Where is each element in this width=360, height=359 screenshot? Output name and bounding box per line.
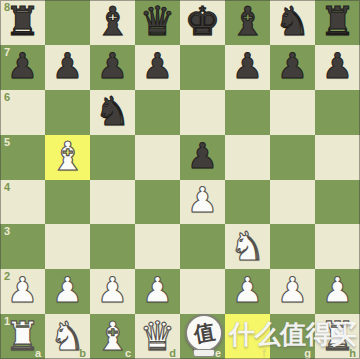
square-f8[interactable]: ♝: [225, 0, 270, 45]
square-b4[interactable]: [45, 180, 90, 225]
square-f5[interactable]: [225, 135, 270, 180]
chess-board: ♜8♝♛♚♝♞♜♟7♟♟♟♟♟♟6♞5♝♟4♟3♞♟2♟♟♟♟♟♟♜1a♞b♝c…: [0, 0, 360, 359]
square-e8[interactable]: ♚: [180, 0, 225, 45]
square-a5[interactable]: 5: [0, 135, 45, 180]
square-g1[interactable]: g: [270, 314, 315, 359]
black-knight[interactable]: ♞: [95, 91, 131, 131]
square-g3[interactable]: [270, 224, 315, 269]
square-c6[interactable]: ♞: [90, 90, 135, 135]
rank-label-4: 4: [4, 181, 10, 193]
square-g8[interactable]: ♞: [270, 0, 315, 45]
square-h4[interactable]: [315, 180, 360, 225]
square-a4[interactable]: 4: [0, 180, 45, 225]
black-pawn[interactable]: ♟: [7, 49, 38, 84]
square-d1[interactable]: ♛d: [135, 314, 180, 359]
square-g7[interactable]: ♟: [270, 45, 315, 90]
rank-label-8: 8: [4, 1, 10, 13]
white-knight[interactable]: ♞: [230, 226, 266, 266]
square-f2[interactable]: ♟: [225, 269, 270, 314]
square-a2[interactable]: ♟2: [0, 269, 45, 314]
square-f6[interactable]: [225, 90, 270, 135]
file-label-c: c: [125, 347, 131, 359]
square-b2[interactable]: ♟: [45, 269, 90, 314]
square-h2[interactable]: ♟: [315, 269, 360, 314]
square-e4[interactable]: ♟: [180, 180, 225, 225]
square-c1[interactable]: ♝c: [90, 314, 135, 359]
rank-label-7: 7: [4, 46, 10, 58]
square-b3[interactable]: [45, 224, 90, 269]
file-label-d: d: [169, 347, 176, 359]
white-pawn[interactable]: ♟: [52, 273, 83, 308]
square-b7[interactable]: ♟: [45, 45, 90, 90]
black-bishop[interactable]: ♝: [230, 1, 266, 41]
square-a3[interactable]: 3: [0, 224, 45, 269]
square-c2[interactable]: ♟: [90, 269, 135, 314]
black-bishop[interactable]: ♝: [95, 1, 131, 41]
square-a7[interactable]: ♟7: [0, 45, 45, 90]
white-pawn[interactable]: ♟: [232, 273, 263, 308]
file-label-a: a: [35, 347, 41, 359]
black-rook[interactable]: ♜: [320, 1, 356, 41]
square-b6[interactable]: [45, 90, 90, 135]
square-d4[interactable]: [135, 180, 180, 225]
square-f7[interactable]: ♟: [225, 45, 270, 90]
black-knight[interactable]: ♞: [275, 1, 311, 41]
white-pawn[interactable]: ♟: [97, 273, 128, 308]
black-pawn[interactable]: ♟: [277, 49, 308, 84]
square-e5[interactable]: ♟: [180, 135, 225, 180]
white-bishop[interactable]: ♝: [50, 136, 86, 176]
rank-label-3: 3: [4, 225, 10, 237]
square-c4[interactable]: [90, 180, 135, 225]
square-d8[interactable]: ♛: [135, 0, 180, 45]
square-a1[interactable]: ♜1a: [0, 314, 45, 359]
square-g6[interactable]: [270, 90, 315, 135]
square-a8[interactable]: ♜8: [0, 0, 45, 45]
square-g2[interactable]: ♟: [270, 269, 315, 314]
white-pawn[interactable]: ♟: [142, 273, 173, 308]
square-d3[interactable]: [135, 224, 180, 269]
square-d5[interactable]: [135, 135, 180, 180]
file-label-h: h: [349, 347, 356, 359]
square-b8[interactable]: [45, 0, 90, 45]
square-a6[interactable]: 6: [0, 90, 45, 135]
black-pawn[interactable]: ♟: [142, 49, 173, 84]
square-e1[interactable]: ♚e: [180, 314, 225, 359]
square-d7[interactable]: ♟: [135, 45, 180, 90]
square-d2[interactable]: ♟: [135, 269, 180, 314]
white-pawn[interactable]: ♟: [187, 183, 218, 218]
file-label-b: b: [79, 347, 86, 359]
rank-label-6: 6: [4, 91, 10, 103]
square-b5[interactable]: ♝: [45, 135, 90, 180]
square-c7[interactable]: ♟: [90, 45, 135, 90]
square-h5[interactable]: [315, 135, 360, 180]
square-c8[interactable]: ♝: [90, 0, 135, 45]
file-label-f: f: [262, 347, 266, 359]
black-pawn[interactable]: ♟: [322, 49, 353, 84]
square-f1[interactable]: f: [225, 314, 270, 359]
square-f3[interactable]: ♞: [225, 224, 270, 269]
square-b1[interactable]: ♞b: [45, 314, 90, 359]
rank-label-2: 2: [4, 270, 10, 282]
square-h7[interactable]: ♟: [315, 45, 360, 90]
square-e3[interactable]: [180, 224, 225, 269]
square-e7[interactable]: [180, 45, 225, 90]
black-queen[interactable]: ♛: [140, 1, 176, 41]
rank-label-1: 1: [4, 315, 10, 327]
square-c3[interactable]: [90, 224, 135, 269]
square-g5[interactable]: [270, 135, 315, 180]
file-label-e: e: [215, 347, 221, 359]
square-g4[interactable]: [270, 180, 315, 225]
black-pawn[interactable]: ♟: [187, 139, 218, 174]
white-pawn[interactable]: ♟: [277, 273, 308, 308]
square-h3[interactable]: [315, 224, 360, 269]
white-pawn[interactable]: ♟: [7, 273, 38, 308]
black-pawn[interactable]: ♟: [97, 49, 128, 84]
square-e2[interactable]: [180, 269, 225, 314]
square-f4[interactable]: [225, 180, 270, 225]
black-pawn[interactable]: ♟: [232, 49, 263, 84]
white-pawn[interactable]: ♟: [322, 273, 353, 308]
square-d6[interactable]: [135, 90, 180, 135]
square-e6[interactable]: [180, 90, 225, 135]
black-pawn[interactable]: ♟: [52, 49, 83, 84]
square-h1[interactable]: ♜h: [315, 314, 360, 359]
file-label-g: g: [304, 347, 311, 359]
square-h6[interactable]: [315, 90, 360, 135]
black-king[interactable]: ♚: [185, 1, 221, 41]
rank-label-5: 5: [4, 136, 10, 148]
square-c5[interactable]: [90, 135, 135, 180]
board-grid: ♜8♝♛♚♝♞♜♟7♟♟♟♟♟♟6♞5♝♟4♟3♞♟2♟♟♟♟♟♟♜1a♞b♝c…: [0, 0, 360, 359]
square-h8[interactable]: ♜: [315, 0, 360, 45]
